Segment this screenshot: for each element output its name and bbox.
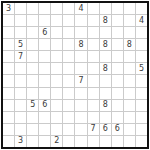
empty-cell-r8c4[interactable] [39,88,50,99]
empty-cell-r3c10[interactable] [112,27,123,38]
empty-cell-r8c5[interactable] [51,88,62,99]
empty-cell-r1c9[interactable] [100,3,111,14]
empty-cell-r1c10[interactable] [112,3,123,14]
empty-cell-r1c3[interactable] [27,3,38,14]
clue-cell-r9c4: 6 [39,100,50,111]
clue-cell-r2c9: 8 [100,15,111,26]
empty-cell-r8c6[interactable] [63,88,74,99]
empty-cell-r10c2[interactable] [15,112,26,123]
empty-cell-r2c3[interactable] [27,15,38,26]
empty-cell-r11c11[interactable] [124,124,135,135]
empty-cell-r12c3[interactable] [27,136,38,147]
empty-cell-r7c3[interactable] [27,75,38,86]
empty-cell-r6c7[interactable] [75,63,86,74]
empty-cell-r6c5[interactable] [51,63,62,74]
empty-cell-r5c6[interactable] [63,51,74,62]
empty-cell-r10c4[interactable] [39,112,50,123]
empty-cell-r12c7[interactable] [75,136,86,147]
empty-cell-r9c2[interactable] [15,100,26,111]
clue-cell-r11c8: 7 [88,124,99,135]
empty-cell-r3c7[interactable] [75,27,86,38]
clue-cell-r7c7: 7 [75,75,86,86]
empty-cell-r5c5[interactable] [51,51,62,62]
empty-cell-r10c3[interactable] [27,112,38,123]
empty-cell-r1c2[interactable] [15,3,26,14]
empty-cell-r8c12[interactable] [136,88,147,99]
clue-cell-r9c3: 5 [27,100,38,111]
empty-cell-r9c8[interactable] [88,100,99,111]
clue-cell-r12c5: 2 [51,136,62,147]
empty-cell-r4c4[interactable] [39,39,50,50]
empty-cell-r3c2[interactable] [15,27,26,38]
empty-cell-r3c3[interactable] [27,27,38,38]
clue-cell-r4c11: 8 [124,39,135,50]
empty-cell-r5c12[interactable] [136,51,147,62]
empty-cell-r6c8[interactable] [88,63,99,74]
empty-cell-r9c6[interactable] [63,100,74,111]
empty-cell-r12c8[interactable] [88,136,99,147]
empty-cell-r4c5[interactable] [51,39,62,50]
empty-cell-r2c8[interactable] [88,15,99,26]
empty-cell-r11c2[interactable] [15,124,26,135]
empty-cell-r8c2[interactable] [15,88,26,99]
empty-cell-r5c8[interactable] [88,51,99,62]
empty-cell-r8c11[interactable] [124,88,135,99]
empty-cell-r1c5[interactable] [51,3,62,14]
empty-cell-r5c4[interactable] [39,51,50,62]
clue-cell-r1c7: 4 [75,3,86,14]
clue-cell-r1c1: 3 [3,3,14,14]
empty-cell-r10c10[interactable] [112,112,123,123]
empty-cell-r12c12[interactable] [136,136,147,147]
empty-cell-r8c3[interactable] [27,88,38,99]
minesweeper-board: 348465888785756876632 [1,1,149,149]
empty-cell-r4c8[interactable] [88,39,99,50]
empty-cell-r10c5[interactable] [51,112,62,123]
empty-cell-r6c6[interactable] [63,63,74,74]
empty-cell-r10c1[interactable] [3,112,14,123]
empty-cell-r8c9[interactable] [100,88,111,99]
empty-cell-r1c8[interactable] [88,3,99,14]
empty-cell-r10c9[interactable] [100,112,111,123]
empty-cell-r3c6[interactable] [63,27,74,38]
empty-cell-r3c1[interactable] [3,27,14,38]
empty-cell-r9c10[interactable] [112,100,123,111]
empty-cell-r9c1[interactable] [3,100,14,111]
empty-cell-r7c12[interactable] [136,75,147,86]
clue-cell-r11c10: 6 [112,124,123,135]
empty-cell-r9c11[interactable] [124,100,135,111]
empty-cell-r4c1[interactable] [3,39,14,50]
empty-cell-r1c6[interactable] [63,3,74,14]
clue-cell-r4c2: 5 [15,39,26,50]
clue-cell-r2c12: 4 [136,15,147,26]
empty-cell-r7c10[interactable] [112,75,123,86]
empty-cell-r3c9[interactable] [100,27,111,38]
empty-cell-r3c12[interactable] [136,27,147,38]
empty-cell-r7c1[interactable] [3,75,14,86]
empty-cell-r11c4[interactable] [39,124,50,135]
empty-cell-r6c2[interactable] [15,63,26,74]
empty-cell-r10c11[interactable] [124,112,135,123]
empty-cell-r5c7[interactable] [75,51,86,62]
empty-cell-r9c12[interactable] [136,100,147,111]
empty-cell-r9c7[interactable] [75,100,86,111]
empty-cell-r11c3[interactable] [27,124,38,135]
empty-cell-r2c4[interactable] [39,15,50,26]
clue-cell-r6c12: 5 [136,63,147,74]
empty-cell-r8c1[interactable] [3,88,14,99]
clue-cell-r9c9: 8 [100,100,111,111]
empty-cell-r2c10[interactable] [112,15,123,26]
clue-cell-r4c7: 8 [75,39,86,50]
empty-cell-r12c11[interactable] [124,136,135,147]
empty-cell-r2c2[interactable] [15,15,26,26]
empty-cell-r2c7[interactable] [75,15,86,26]
empty-cell-r6c4[interactable] [39,63,50,74]
empty-cell-r6c11[interactable] [124,63,135,74]
empty-cell-r2c11[interactable] [124,15,135,26]
empty-cell-r7c11[interactable] [124,75,135,86]
empty-cell-r10c6[interactable] [63,112,74,123]
empty-cell-r7c4[interactable] [39,75,50,86]
empty-cell-r3c5[interactable] [51,27,62,38]
empty-cell-r7c5[interactable] [51,75,62,86]
empty-cell-r12c6[interactable] [63,136,74,147]
empty-cell-r5c10[interactable] [112,51,123,62]
empty-cell-r4c10[interactable] [112,39,123,50]
empty-cell-r5c9[interactable] [100,51,111,62]
empty-cell-r7c6[interactable] [63,75,74,86]
empty-cell-r8c10[interactable] [112,88,123,99]
empty-cell-r4c3[interactable] [27,39,38,50]
empty-cell-r10c12[interactable] [136,112,147,123]
empty-cell-r11c6[interactable] [63,124,74,135]
empty-cell-r4c12[interactable] [136,39,147,50]
empty-cell-r2c5[interactable] [51,15,62,26]
empty-cell-r10c7[interactable] [75,112,86,123]
empty-cell-r3c11[interactable] [124,27,135,38]
clue-cell-r4c9: 8 [100,39,111,50]
empty-cell-r6c1[interactable] [3,63,14,74]
empty-cell-r5c3[interactable] [27,51,38,62]
clue-cell-r6c9: 8 [100,63,111,74]
clue-cell-r3c4: 6 [39,27,50,38]
empty-cell-r7c9[interactable] [100,75,111,86]
empty-cell-r8c7[interactable] [75,88,86,99]
empty-cell-r12c10[interactable] [112,136,123,147]
empty-cell-r1c12[interactable] [136,3,147,14]
empty-cell-r12c1[interactable] [3,136,14,147]
empty-cell-r12c4[interactable] [39,136,50,147]
empty-cell-r11c5[interactable] [51,124,62,135]
empty-cell-r11c1[interactable] [3,124,14,135]
empty-cell-r7c2[interactable] [15,75,26,86]
empty-cell-r5c11[interactable] [124,51,135,62]
empty-cell-r4c6[interactable] [63,39,74,50]
clue-cell-r5c2: 7 [15,51,26,62]
empty-cell-r11c12[interactable] [136,124,147,135]
empty-cell-r1c11[interactable] [124,3,135,14]
empty-cell-r2c6[interactable] [63,15,74,26]
empty-cell-r7c8[interactable] [88,75,99,86]
clue-cell-r12c2: 3 [15,136,26,147]
empty-cell-r6c10[interactable] [112,63,123,74]
empty-cell-r5c1[interactable] [3,51,14,62]
clue-cell-r11c9: 6 [100,124,111,135]
empty-cell-r11c7[interactable] [75,124,86,135]
empty-cell-r2c1[interactable] [3,15,14,26]
empty-cell-r1c4[interactable] [39,3,50,14]
empty-cell-r6c3[interactable] [27,63,38,74]
empty-cell-r12c9[interactable] [100,136,111,147]
empty-cell-r3c8[interactable] [88,27,99,38]
empty-cell-r9c5[interactable] [51,100,62,111]
empty-cell-r10c8[interactable] [88,112,99,123]
empty-cell-r8c8[interactable] [88,88,99,99]
